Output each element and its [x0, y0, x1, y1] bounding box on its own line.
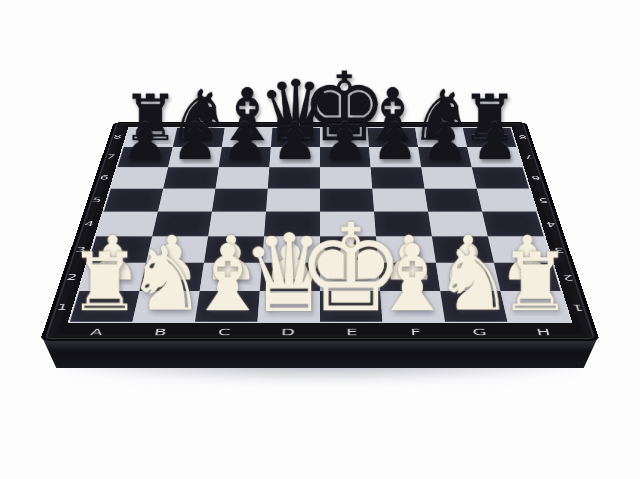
- file-label-b: B: [127, 325, 193, 338]
- square-a6: [111, 167, 168, 189]
- black-pawn: ♟: [172, 116, 218, 168]
- square-c7: ♟: [219, 147, 271, 167]
- square-e6: [320, 167, 372, 189]
- black-pawn: ♟: [322, 116, 368, 168]
- file-label-c: C: [191, 325, 256, 338]
- board-squares: ♜♞♝♛♚♝♞♜♟♟♟♟♟♟♟♟♟♟♟♟♟♟♟♟♜♞♝♛♚♝♞♜: [68, 127, 573, 322]
- white-rook: ♜: [499, 242, 571, 323]
- square-f6: [371, 167, 425, 189]
- file-label-g: G: [447, 325, 513, 338]
- file-labels-bottom: ABCDEFGH: [63, 325, 577, 338]
- square-h1: ♜: [500, 291, 570, 322]
- square-g7: ♟: [418, 147, 472, 167]
- black-pawn: ♟: [222, 116, 268, 168]
- square-e7: ♟: [320, 147, 371, 167]
- black-pawn: ♟: [122, 116, 168, 168]
- square-a7: ♟: [118, 147, 173, 167]
- square-c5: [212, 189, 268, 212]
- square-h6: [472, 167, 529, 189]
- black-pawn: ♟: [422, 116, 468, 168]
- square-c6: [215, 167, 269, 189]
- black-pawn: ♟: [472, 116, 518, 168]
- chess-board: ABCDEFGH ABCDEFGH 87654321 87654321 ♜♞♝♛…: [40, 122, 600, 341]
- square-b6: [163, 167, 219, 189]
- square-d6: [268, 167, 320, 189]
- file-label-e: E: [320, 325, 384, 338]
- square-g1: ♞: [440, 291, 507, 322]
- square-f7: ♟: [369, 147, 421, 167]
- scene: ABCDEFGH ABCDEFGH 87654321 87654321 ♜♞♝♛…: [40, 0, 600, 341]
- file-label-d: D: [256, 325, 320, 338]
- square-h5: [477, 189, 536, 212]
- square-g5: [425, 189, 483, 212]
- square-a5: [104, 189, 163, 212]
- chess-set-photo: ABCDEFGH ABCDEFGH 87654321 87654321 ♜♞♝♛…: [0, 0, 640, 479]
- square-h7: ♟: [467, 147, 522, 167]
- file-label-a: A: [63, 325, 130, 338]
- black-pawn: ♟: [372, 116, 418, 168]
- square-g6: [421, 167, 477, 189]
- black-pawn: ♟: [272, 116, 318, 168]
- square-d7: ♟: [269, 147, 320, 167]
- square-b7: ♟: [168, 147, 222, 167]
- board-front-edge: [43, 339, 597, 368]
- file-label-h: H: [510, 325, 577, 338]
- file-label-f: F: [383, 325, 448, 338]
- square-b5: [158, 189, 216, 212]
